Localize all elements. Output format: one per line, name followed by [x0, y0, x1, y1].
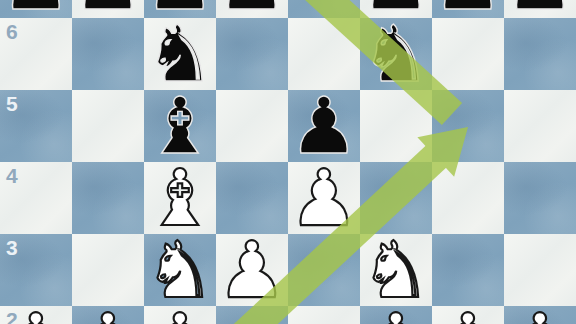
- square-c2[interactable]: ♟: [144, 306, 216, 324]
- square-b6[interactable]: [72, 18, 144, 90]
- square-f5[interactable]: [360, 90, 432, 162]
- black-pawn-b7[interactable]: ♟: [72, 0, 144, 18]
- square-f3[interactable]: ♞: [360, 234, 432, 306]
- black-knight-c6[interactable]: ♞: [144, 18, 216, 90]
- square-g7[interactable]: ♟: [432, 0, 504, 18]
- square-a2[interactable]: 2♟: [0, 306, 72, 324]
- square-a3[interactable]: 3: [0, 234, 72, 306]
- square-a7[interactable]: ♟: [0, 0, 72, 18]
- square-d4[interactable]: [216, 162, 288, 234]
- square-e5[interactable]: ♟: [288, 90, 360, 162]
- white-pawn-e4[interactable]: ♟: [288, 162, 360, 234]
- white-knight-f3[interactable]: ♞: [360, 234, 432, 306]
- square-a5[interactable]: 5: [0, 90, 72, 162]
- black-bishop-c5[interactable]: ♝: [144, 90, 216, 162]
- square-b2[interactable]: ♟: [72, 306, 144, 324]
- rank-label-4: 4: [6, 164, 18, 187]
- square-e2[interactable]: [288, 306, 360, 324]
- square-c6[interactable]: ♞: [144, 18, 216, 90]
- square-d2[interactable]: [216, 306, 288, 324]
- white-pawn-c2[interactable]: ♟: [144, 306, 216, 324]
- rank-label-3: 3: [6, 236, 18, 259]
- chessboard-viewport: ♟♟♟♟♟♟♟6♞♞5♝♟4♝♟3♞♟♞2♟♟♟♟♟♟: [0, 0, 576, 324]
- square-h3[interactable]: [504, 234, 576, 306]
- square-d3[interactable]: ♟: [216, 234, 288, 306]
- white-pawn-d3[interactable]: ♟: [216, 234, 288, 306]
- square-c5[interactable]: ♝: [144, 90, 216, 162]
- black-pawn-e5[interactable]: ♟: [288, 90, 360, 162]
- square-b5[interactable]: [72, 90, 144, 162]
- black-knight-f6[interactable]: ♞: [360, 18, 432, 90]
- square-e7[interactable]: [288, 0, 360, 18]
- square-f4[interactable]: [360, 162, 432, 234]
- square-e4[interactable]: ♟: [288, 162, 360, 234]
- white-bishop-c4[interactable]: ♝: [144, 162, 216, 234]
- square-c3[interactable]: ♞: [144, 234, 216, 306]
- black-pawn-g7[interactable]: ♟: [432, 0, 504, 18]
- square-b4[interactable]: [72, 162, 144, 234]
- square-g2[interactable]: ♟: [432, 306, 504, 324]
- square-e3[interactable]: [288, 234, 360, 306]
- square-f6[interactable]: ♞: [360, 18, 432, 90]
- square-h4[interactable]: [504, 162, 576, 234]
- white-pawn-h2[interactable]: ♟: [504, 306, 576, 324]
- rank-label-6: 6: [6, 20, 18, 43]
- square-b7[interactable]: ♟: [72, 0, 144, 18]
- square-f2[interactable]: ♟: [360, 306, 432, 324]
- white-pawn-b2[interactable]: ♟: [72, 306, 144, 324]
- square-d7[interactable]: ♟: [216, 0, 288, 18]
- square-g5[interactable]: [432, 90, 504, 162]
- square-a6[interactable]: 6: [0, 18, 72, 90]
- white-pawn-g2[interactable]: ♟: [432, 306, 504, 324]
- white-pawn-f2[interactable]: ♟: [360, 306, 432, 324]
- rank-label-5: 5: [6, 92, 18, 115]
- square-h2[interactable]: ♟: [504, 306, 576, 324]
- square-h5[interactable]: [504, 90, 576, 162]
- white-pawn-a2[interactable]: ♟: [0, 306, 72, 324]
- square-d6[interactable]: [216, 18, 288, 90]
- square-c4[interactable]: ♝: [144, 162, 216, 234]
- square-g3[interactable]: [432, 234, 504, 306]
- black-pawn-a7[interactable]: ♟: [0, 0, 72, 18]
- square-b3[interactable]: [72, 234, 144, 306]
- square-h7[interactable]: ♟: [504, 0, 576, 18]
- square-d5[interactable]: [216, 90, 288, 162]
- square-a4[interactable]: 4: [0, 162, 72, 234]
- white-knight-c3[interactable]: ♞: [144, 234, 216, 306]
- square-h6[interactable]: [504, 18, 576, 90]
- square-e6[interactable]: [288, 18, 360, 90]
- square-g6[interactable]: [432, 18, 504, 90]
- black-pawn-h7[interactable]: ♟: [504, 0, 576, 18]
- square-g4[interactable]: [432, 162, 504, 234]
- chess-board: ♟♟♟♟♟♟♟6♞♞5♝♟4♝♟3♞♟♞2♟♟♟♟♟♟: [0, 0, 576, 324]
- black-pawn-d7[interactable]: ♟: [216, 0, 288, 18]
